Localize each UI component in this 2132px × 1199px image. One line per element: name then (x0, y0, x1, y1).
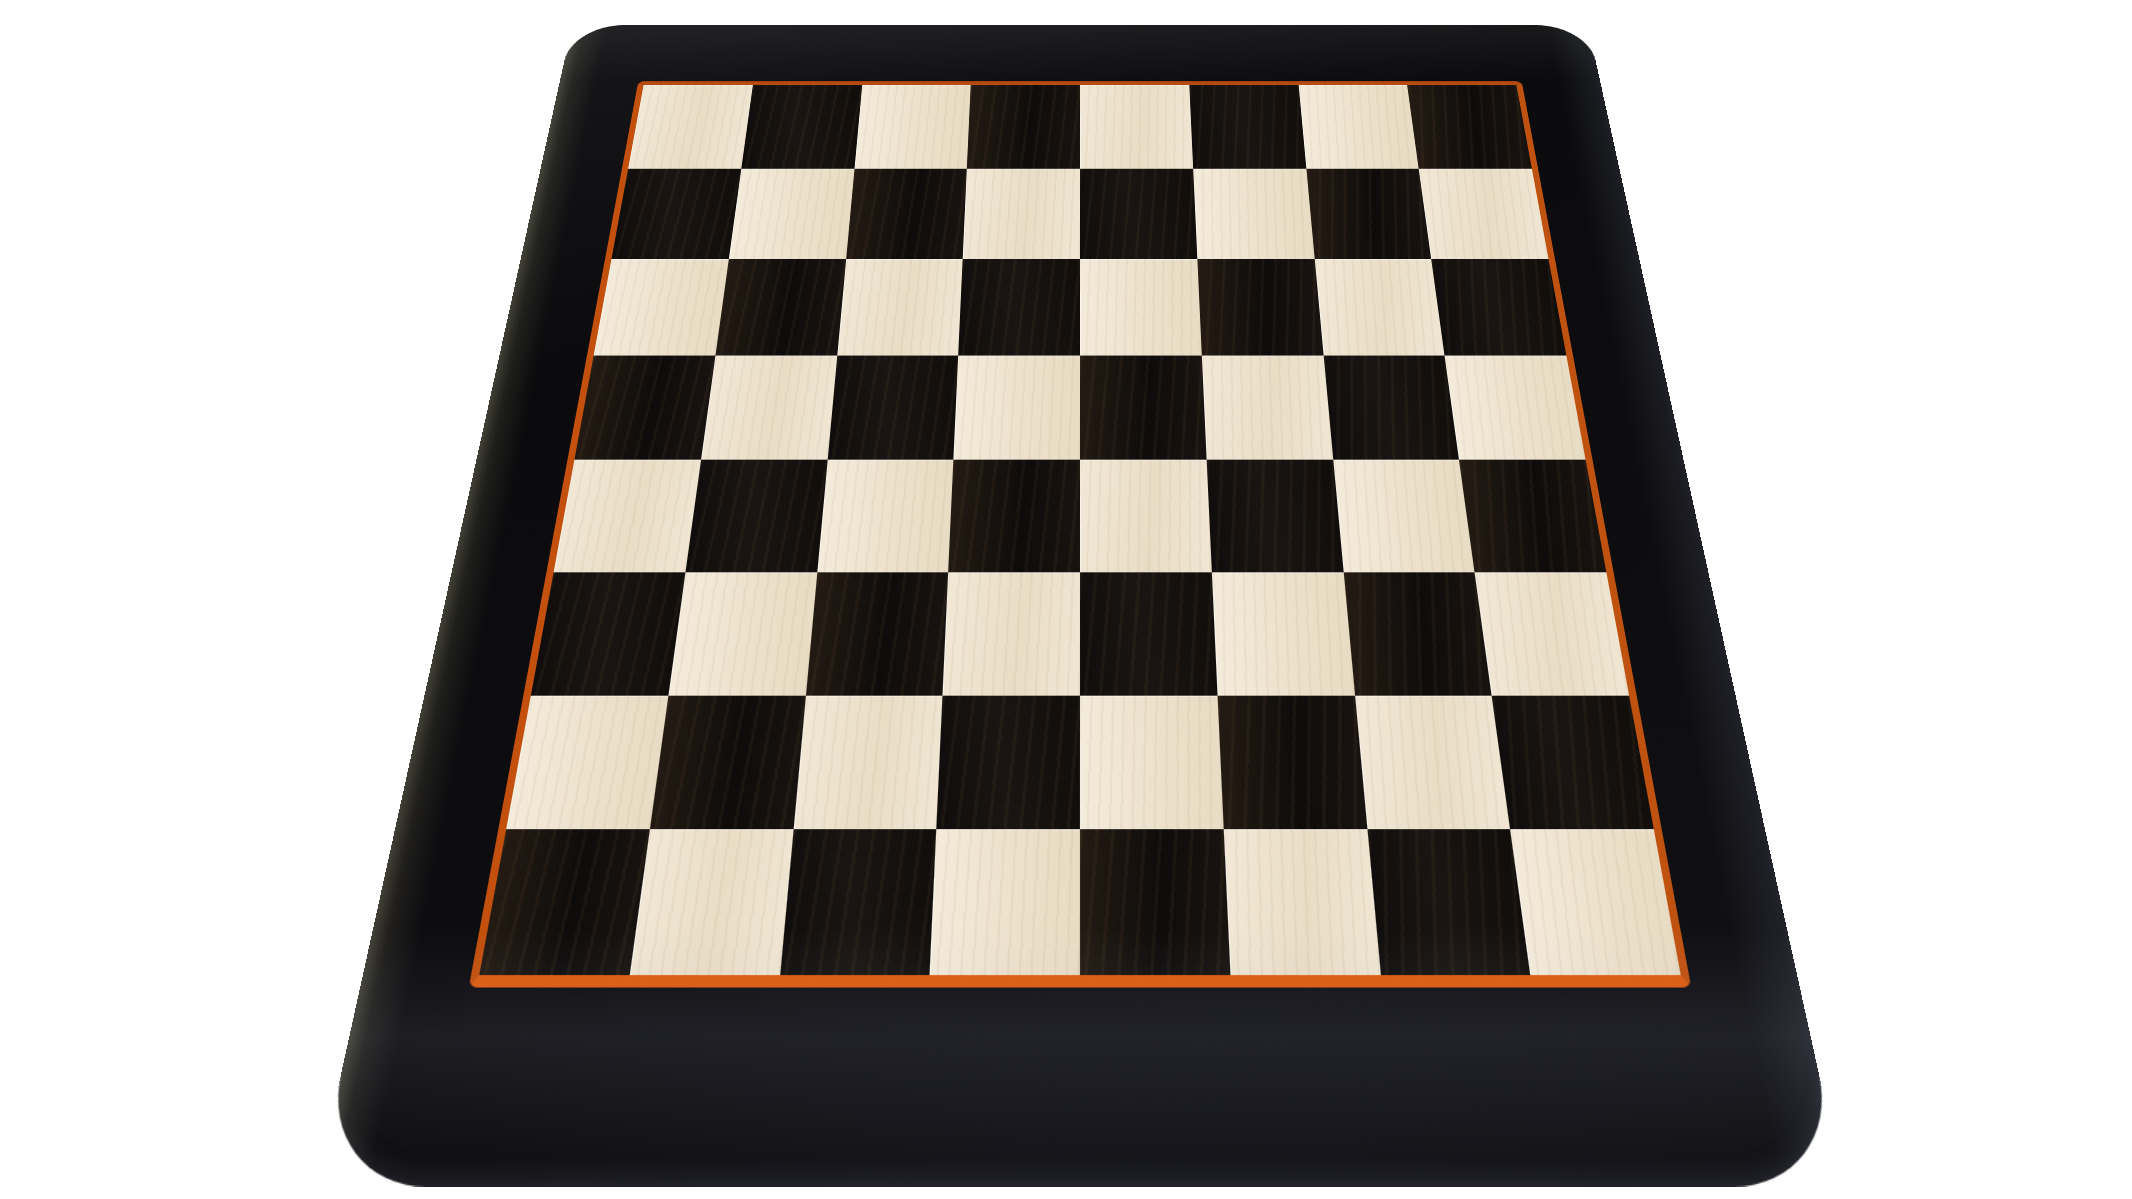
square-d5 (954, 355, 1080, 459)
square-e6 (1080, 259, 1202, 356)
square-b7 (729, 169, 854, 259)
square-c4 (817, 460, 954, 573)
red-trim-border (469, 81, 1692, 987)
square-h7 (1419, 169, 1549, 259)
square-a8 (628, 85, 753, 169)
square-g6 (1314, 259, 1445, 356)
photo-background (0, 0, 2132, 1199)
square-f8 (1189, 85, 1306, 169)
square-e1 (1080, 829, 1230, 975)
square-a6 (594, 259, 729, 356)
square-h3 (1475, 573, 1629, 696)
square-f7 (1193, 169, 1314, 259)
square-d7 (963, 169, 1080, 259)
square-g5 (1323, 355, 1459, 459)
square-c6 (837, 259, 963, 356)
square-e8 (1080, 85, 1193, 169)
square-c7 (846, 169, 967, 259)
square-h8 (1407, 85, 1532, 169)
square-c8 (854, 85, 971, 169)
square-e7 (1080, 169, 1197, 259)
square-h6 (1431, 259, 1566, 356)
square-d8 (967, 85, 1080, 169)
square-c2 (793, 695, 943, 829)
chess-board (316, 25, 1844, 1187)
square-b1 (629, 829, 793, 975)
square-b8 (741, 85, 862, 169)
square-e2 (1080, 695, 1223, 829)
square-b2 (650, 695, 806, 829)
square-g8 (1298, 85, 1419, 169)
square-b6 (715, 259, 846, 356)
square-g7 (1306, 169, 1431, 259)
square-h1 (1510, 829, 1680, 975)
square-f1 (1223, 829, 1380, 975)
square-e5 (1080, 355, 1206, 459)
chessboard-grid (479, 85, 1680, 975)
square-g3 (1343, 573, 1492, 696)
square-f3 (1212, 573, 1355, 696)
square-c3 (805, 573, 948, 696)
square-a2 (506, 695, 668, 829)
square-a1 (479, 829, 649, 975)
square-b4 (685, 460, 827, 573)
square-f2 (1217, 695, 1367, 829)
square-a5 (574, 355, 715, 459)
square-h5 (1445, 355, 1586, 459)
board-frame (316, 25, 1844, 1187)
square-a3 (531, 573, 685, 696)
square-g2 (1355, 695, 1511, 829)
square-b5 (701, 355, 837, 459)
square-f4 (1206, 460, 1343, 573)
square-g4 (1333, 460, 1475, 573)
square-b3 (668, 573, 817, 696)
square-f5 (1202, 355, 1333, 459)
square-d4 (948, 460, 1080, 573)
square-a7 (612, 169, 742, 259)
square-h2 (1492, 695, 1654, 829)
square-g1 (1367, 829, 1531, 975)
square-c1 (780, 829, 937, 975)
square-d6 (958, 259, 1080, 356)
square-a4 (554, 460, 701, 573)
square-d1 (930, 829, 1080, 975)
square-f6 (1197, 259, 1323, 356)
square-d3 (943, 573, 1080, 696)
square-c5 (827, 355, 958, 459)
square-e3 (1080, 573, 1217, 696)
square-d2 (937, 695, 1080, 829)
square-e4 (1080, 460, 1212, 573)
square-h4 (1459, 460, 1606, 573)
